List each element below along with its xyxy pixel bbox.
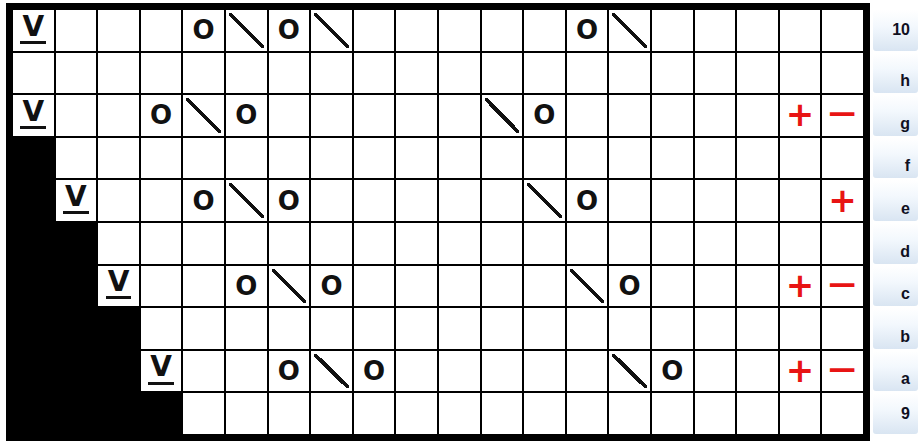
cell-d-c15[interactable] <box>609 223 650 264</box>
cell-9-c17[interactable] <box>695 393 736 434</box>
cell-d-c4[interactable] <box>141 223 182 264</box>
cell-9-c15[interactable] <box>609 393 650 434</box>
cell-d-c16[interactable] <box>652 223 693 264</box>
cell-c-c8--yarn-over[interactable]: O <box>311 266 352 307</box>
cell-d-c13[interactable] <box>524 223 565 264</box>
cell-9-c10[interactable] <box>396 393 437 434</box>
cell-a-c16--yarn-over[interactable]: O <box>652 351 693 392</box>
cell-a-c9--yarn-over[interactable]: O <box>354 351 395 392</box>
cell-c-c1--no-stitch[interactable] <box>13 266 54 307</box>
cell-g-c12--k2tog[interactable] <box>482 95 523 136</box>
cell-d-c7[interactable] <box>269 223 310 264</box>
cell-c-c15--yarn-over[interactable]: O <box>609 266 650 307</box>
cell-h-c14[interactable] <box>567 53 608 94</box>
cell-f-c5[interactable] <box>183 138 224 179</box>
cell-c-c14--k2tog[interactable] <box>567 266 608 307</box>
cell-g-c17[interactable] <box>695 95 736 136</box>
cell-9-c19[interactable] <box>780 393 821 434</box>
cell-g-c20--decrease[interactable]: − <box>822 95 863 136</box>
cell-a-c11[interactable] <box>439 351 480 392</box>
cell-f-c1--no-stitch[interactable] <box>13 138 54 179</box>
cell-a-c15--k2tog[interactable] <box>609 351 650 392</box>
cell-d-c18[interactable] <box>737 223 778 264</box>
cell-10-c20[interactable] <box>822 10 863 51</box>
cell-d-c2--no-stitch[interactable] <box>56 223 97 264</box>
increase-symbol: + <box>828 183 857 217</box>
cell-g-c19--increase[interactable]: + <box>780 95 821 136</box>
cell-h-c9[interactable] <box>354 53 395 94</box>
cell-b-c10[interactable] <box>396 308 437 349</box>
yarn-over-symbol: O <box>235 273 257 299</box>
knitting-chart: VOOOVOOO+−VOOO+VOOO+−VOOO+− 10hgfedcba9 <box>0 0 918 441</box>
cell-h-c1[interactable] <box>13 53 54 94</box>
cell-b-c8[interactable] <box>311 308 352 349</box>
yarn-over-symbol: O <box>576 188 598 214</box>
cell-a-c7--yarn-over[interactable]: O <box>269 351 310 392</box>
cell-h-c3[interactable] <box>98 53 139 94</box>
k2tog-symbol <box>272 269 307 304</box>
cell-c-c6--yarn-over[interactable]: O <box>226 266 267 307</box>
cell-g-c8[interactable] <box>311 95 352 136</box>
cell-10-c7--yarn-over[interactable]: O <box>269 10 310 51</box>
cell-c-c11[interactable] <box>439 266 480 307</box>
cell-h-c6[interactable] <box>226 53 267 94</box>
cell-b-c17[interactable] <box>695 308 736 349</box>
cell-f-c7[interactable] <box>269 138 310 179</box>
cell-g-c15[interactable] <box>609 95 650 136</box>
cell-b-c4[interactable] <box>141 308 182 349</box>
cell-e-c4[interactable] <box>141 180 182 221</box>
cell-d-c12[interactable] <box>482 223 523 264</box>
cell-9-c9[interactable] <box>354 393 395 434</box>
cell-a-c6[interactable] <box>226 351 267 392</box>
cell-a-c4--slip-stitch[interactable]: V <box>141 351 182 392</box>
cell-h-c4[interactable] <box>141 53 182 94</box>
k2tog-symbol <box>570 269 605 304</box>
yarn-over-symbol: O <box>278 358 300 384</box>
cell-b-c2--no-stitch[interactable] <box>56 308 97 349</box>
cell-g-c16[interactable] <box>652 95 693 136</box>
cell-b-c14[interactable] <box>567 308 608 349</box>
cell-h-c15[interactable] <box>609 53 650 94</box>
cell-10-c4[interactable] <box>141 10 182 51</box>
cell-f-c10[interactable] <box>396 138 437 179</box>
cell-10-c10[interactable] <box>396 10 437 51</box>
k2tog-symbol <box>527 183 562 218</box>
cell-9-c13[interactable] <box>524 393 565 434</box>
cell-a-c1--no-stitch[interactable] <box>13 351 54 392</box>
k2tog-symbol <box>229 183 264 218</box>
row-label-b[interactable]: b <box>873 308 918 349</box>
cell-9-c11[interactable] <box>439 393 480 434</box>
row-label-d[interactable]: d <box>873 223 918 264</box>
cell-c-c7--k2tog[interactable] <box>269 266 310 307</box>
cell-g-c2[interactable] <box>56 95 97 136</box>
cell-g-c3[interactable] <box>98 95 139 136</box>
cell-10-c17[interactable] <box>695 10 736 51</box>
cell-b-c1--no-stitch[interactable] <box>13 308 54 349</box>
yarn-over-symbol: O <box>363 358 385 384</box>
cell-f-c17[interactable] <box>695 138 736 179</box>
cell-f-c2[interactable] <box>56 138 97 179</box>
cell-h-c12[interactable] <box>482 53 523 94</box>
cell-e-c15[interactable] <box>609 180 650 221</box>
cell-c-c16[interactable] <box>652 266 693 307</box>
cell-f-c3[interactable] <box>98 138 139 179</box>
cell-b-c7[interactable] <box>269 308 310 349</box>
cell-f-c20[interactable] <box>822 138 863 179</box>
cell-b-c16[interactable] <box>652 308 693 349</box>
cell-10-c3[interactable] <box>98 10 139 51</box>
cell-d-c5[interactable] <box>183 223 224 264</box>
cell-d-c11[interactable] <box>439 223 480 264</box>
decrease-symbol: − <box>826 96 859 130</box>
cell-d-c6[interactable] <box>226 223 267 264</box>
cell-f-c9[interactable] <box>354 138 395 179</box>
increase-symbol: + <box>786 353 815 387</box>
cell-10-c13[interactable] <box>524 10 565 51</box>
cell-g-c6--yarn-over[interactable]: O <box>226 95 267 136</box>
cell-g-c18[interactable] <box>737 95 778 136</box>
cell-g-c7[interactable] <box>269 95 310 136</box>
k2tog-symbol <box>229 13 264 48</box>
cell-9-c1--no-stitch[interactable] <box>13 393 54 434</box>
cell-g-c11[interactable] <box>439 95 480 136</box>
cell-e-c16[interactable] <box>652 180 693 221</box>
cell-e-c6--k2tog[interactable] <box>226 180 267 221</box>
cell-e-c18[interactable] <box>737 180 778 221</box>
cell-e-c14--yarn-over[interactable]: O <box>567 180 608 221</box>
cell-e-c7--yarn-over[interactable]: O <box>269 180 310 221</box>
cell-c-c13[interactable] <box>524 266 565 307</box>
row-label-f[interactable]: f <box>873 138 918 179</box>
cell-c-c12[interactable] <box>482 266 523 307</box>
cell-c-c4[interactable] <box>141 266 182 307</box>
cell-d-c1--no-stitch[interactable] <box>13 223 54 264</box>
yarn-over-symbol: O <box>619 273 641 299</box>
cell-a-c17[interactable] <box>695 351 736 392</box>
cell-h-c13[interactable] <box>524 53 565 94</box>
cell-e-c3[interactable] <box>98 180 139 221</box>
cell-c-c19--increase[interactable]: + <box>780 266 821 307</box>
row-label-column: 10hgfedcba9 <box>873 10 918 434</box>
k2tog-symbol <box>186 98 221 133</box>
yarn-over-symbol: O <box>193 188 215 214</box>
cell-e-c1--no-stitch[interactable] <box>13 180 54 221</box>
cell-9-c18[interactable] <box>737 393 778 434</box>
cell-b-c9[interactable] <box>354 308 395 349</box>
yarn-over-symbol: O <box>576 17 598 43</box>
row-label-10[interactable]: 10 <box>873 10 918 51</box>
cell-a-c18[interactable] <box>737 351 778 392</box>
k2tog-symbol <box>612 354 647 389</box>
slip-stitch-symbol: V <box>20 99 46 129</box>
cell-h-c20[interactable] <box>822 53 863 94</box>
cell-b-c5[interactable] <box>183 308 224 349</box>
decrease-symbol: − <box>826 267 859 301</box>
cell-10-c16[interactable] <box>652 10 693 51</box>
cell-9-c8[interactable] <box>311 393 352 434</box>
cell-e-c20--increase[interactable]: + <box>822 180 863 221</box>
cell-a-c19--increase[interactable]: + <box>780 351 821 392</box>
cell-9-c4--no-stitch[interactable] <box>141 393 182 434</box>
cell-c-c5[interactable] <box>183 266 224 307</box>
cell-h-c2[interactable] <box>56 53 97 94</box>
cell-e-c10[interactable] <box>396 180 437 221</box>
cell-f-c18[interactable] <box>737 138 778 179</box>
cell-b-c13[interactable] <box>524 308 565 349</box>
slip-stitch-symbol: V <box>63 184 89 214</box>
cell-9-c3--no-stitch[interactable] <box>98 393 139 434</box>
cell-10-c5--yarn-over[interactable]: O <box>183 10 224 51</box>
cell-9-c7[interactable] <box>269 393 310 434</box>
cell-b-c6[interactable] <box>226 308 267 349</box>
cell-f-c11[interactable] <box>439 138 480 179</box>
cell-g-c5--k2tog[interactable] <box>183 95 224 136</box>
cell-f-c14[interactable] <box>567 138 608 179</box>
k2tog-symbol <box>485 98 520 133</box>
cell-h-c5[interactable] <box>183 53 224 94</box>
cell-10-c11[interactable] <box>439 10 480 51</box>
cell-10-c2[interactable] <box>56 10 97 51</box>
cell-h-c7[interactable] <box>269 53 310 94</box>
cell-9-c16[interactable] <box>652 393 693 434</box>
cell-a-c12[interactable] <box>482 351 523 392</box>
yarn-over-symbol: O <box>278 17 300 43</box>
cell-9-c20[interactable] <box>822 393 863 434</box>
cell-g-c9[interactable] <box>354 95 395 136</box>
cell-e-c11[interactable] <box>439 180 480 221</box>
row-label-9[interactable]: 9 <box>873 393 918 434</box>
cell-10-c8--k2tog[interactable] <box>311 10 352 51</box>
cell-10-c9[interactable] <box>354 10 395 51</box>
cell-f-c8[interactable] <box>311 138 352 179</box>
row-label-g[interactable]: g <box>873 95 918 136</box>
cell-b-c3--no-stitch[interactable] <box>98 308 139 349</box>
yarn-over-symbol: O <box>150 102 172 128</box>
cell-a-c14[interactable] <box>567 351 608 392</box>
row-label-a[interactable]: a <box>873 351 918 392</box>
cell-d-c17[interactable] <box>695 223 736 264</box>
cell-10-c12[interactable] <box>482 10 523 51</box>
cell-g-c10[interactable] <box>396 95 437 136</box>
cell-f-c6[interactable] <box>226 138 267 179</box>
cell-g-c14[interactable] <box>567 95 608 136</box>
cell-d-c10[interactable] <box>396 223 437 264</box>
cell-e-c9[interactable] <box>354 180 395 221</box>
cell-9-c14[interactable] <box>567 393 608 434</box>
cell-c-c17[interactable] <box>695 266 736 307</box>
cell-f-c15[interactable] <box>609 138 650 179</box>
cell-h-c10[interactable] <box>396 53 437 94</box>
row-label-c[interactable]: c <box>873 266 918 307</box>
cell-10-c18[interactable] <box>737 10 778 51</box>
cell-a-c10[interactable] <box>396 351 437 392</box>
yarn-over-symbol: O <box>533 102 555 128</box>
cell-b-c19[interactable] <box>780 308 821 349</box>
cell-c-c20--decrease[interactable]: − <box>822 266 863 307</box>
cell-9-c6[interactable] <box>226 393 267 434</box>
cell-g-c13--yarn-over[interactable]: O <box>524 95 565 136</box>
cell-a-c8--k2tog[interactable] <box>311 351 352 392</box>
cell-b-c18[interactable] <box>737 308 778 349</box>
cell-h-c8[interactable] <box>311 53 352 94</box>
cell-b-c20[interactable] <box>822 308 863 349</box>
cell-a-c3--no-stitch[interactable] <box>98 351 139 392</box>
cell-c-c10[interactable] <box>396 266 437 307</box>
k2tog-symbol <box>612 13 647 48</box>
yarn-over-symbol: O <box>661 358 683 384</box>
cell-f-c4[interactable] <box>141 138 182 179</box>
chart-grid: VOOOVOOO+−VOOO+VOOO+−VOOO+− <box>6 3 870 441</box>
yarn-over-symbol: O <box>193 17 215 43</box>
cell-d-c19[interactable] <box>780 223 821 264</box>
cell-f-c19[interactable] <box>780 138 821 179</box>
cell-b-c11[interactable] <box>439 308 480 349</box>
cell-b-c12[interactable] <box>482 308 523 349</box>
slip-stitch-symbol: V <box>106 269 132 299</box>
cell-h-c11[interactable] <box>439 53 480 94</box>
cell-d-c9[interactable] <box>354 223 395 264</box>
cell-10-c6--k2tog[interactable] <box>226 10 267 51</box>
cell-9-c5[interactable] <box>183 393 224 434</box>
cell-a-c20--decrease[interactable]: − <box>822 351 863 392</box>
cell-e-c17[interactable] <box>695 180 736 221</box>
cell-e-c12[interactable] <box>482 180 523 221</box>
cell-a-c13[interactable] <box>524 351 565 392</box>
cell-d-c3[interactable] <box>98 223 139 264</box>
cell-f-c13[interactable] <box>524 138 565 179</box>
increase-symbol: + <box>786 97 815 131</box>
cell-a-c2--no-stitch[interactable] <box>56 351 97 392</box>
cell-10-c19[interactable] <box>780 10 821 51</box>
yarn-over-symbol: O <box>278 188 300 214</box>
cell-c-c9[interactable] <box>354 266 395 307</box>
cell-h-c17[interactable] <box>695 53 736 94</box>
cell-9-c2--no-stitch[interactable] <box>56 393 97 434</box>
cell-f-c16[interactable] <box>652 138 693 179</box>
cell-d-c20[interactable] <box>822 223 863 264</box>
cell-h-c18[interactable] <box>737 53 778 94</box>
cell-10-c14--yarn-over[interactable]: O <box>567 10 608 51</box>
slip-stitch-symbol: V <box>148 354 174 384</box>
cell-h-c16[interactable] <box>652 53 693 94</box>
k2tog-symbol <box>314 354 349 389</box>
cell-g-c4--yarn-over[interactable]: O <box>141 95 182 136</box>
cell-e-c8[interactable] <box>311 180 352 221</box>
slip-stitch-symbol: V <box>20 14 46 44</box>
cell-d-c8[interactable] <box>311 223 352 264</box>
cell-a-c5[interactable] <box>183 351 224 392</box>
increase-symbol: + <box>786 268 815 302</box>
cell-d-c14[interactable] <box>567 223 608 264</box>
cell-c-c2--no-stitch[interactable] <box>56 266 97 307</box>
cell-c-c3--slip-stitch[interactable]: V <box>98 266 139 307</box>
yarn-over-symbol: O <box>235 102 257 128</box>
cell-e-c5--yarn-over[interactable]: O <box>183 180 224 221</box>
cell-g-c1--slip-stitch[interactable]: V <box>13 95 54 136</box>
cell-e-c13--k2tog[interactable] <box>524 180 565 221</box>
cell-c-c18[interactable] <box>737 266 778 307</box>
k2tog-symbol <box>314 13 349 48</box>
cell-b-c15[interactable] <box>609 308 650 349</box>
yarn-over-symbol: O <box>320 273 342 299</box>
decrease-symbol: − <box>826 352 859 386</box>
cell-e-c19[interactable] <box>780 180 821 221</box>
cell-10-c15--k2tog[interactable] <box>609 10 650 51</box>
cell-9-c12[interactable] <box>482 393 523 434</box>
cell-10-c1--slip-stitch[interactable]: V <box>13 10 54 51</box>
row-label-e[interactable]: e <box>873 180 918 221</box>
cell-h-c19[interactable] <box>780 53 821 94</box>
row-label-h[interactable]: h <box>873 53 918 94</box>
cell-f-c12[interactable] <box>482 138 523 179</box>
cell-e-c2--slip-stitch[interactable]: V <box>56 180 97 221</box>
